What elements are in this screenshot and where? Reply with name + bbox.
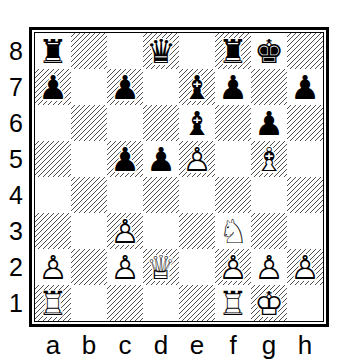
square-c5[interactable]: ♟♟	[107, 141, 143, 177]
piece-white-pawn[interactable]: ♟♙	[35, 249, 71, 285]
square-b1[interactable]	[71, 285, 107, 321]
piece-glyph-layer: ♛	[143, 34, 179, 70]
piece-glyph-layer: ♚	[251, 34, 287, 70]
piece-glyph-layer: ♙	[251, 250, 287, 286]
piece-glyph-layer: ♝	[179, 106, 215, 142]
square-c3[interactable]: ♟♙	[107, 213, 143, 249]
piece-glyph-layer: ♙	[215, 250, 251, 286]
square-d6[interactable]	[143, 105, 179, 141]
square-h5[interactable]	[287, 141, 323, 177]
piece-glyph-layer: ♙	[287, 250, 323, 286]
square-h2[interactable]: ♟♙	[287, 249, 323, 285]
square-g5[interactable]: ♝♗	[251, 141, 287, 177]
square-a7[interactable]: ♟♟	[35, 69, 71, 105]
piece-black-king[interactable]: ♚♚	[251, 33, 287, 69]
square-g2[interactable]: ♟♙	[251, 249, 287, 285]
piece-glyph-layer: ♙	[35, 250, 71, 286]
piece-white-queen[interactable]: ♛♕	[143, 249, 179, 285]
square-e5[interactable]: ♟♙	[179, 141, 215, 177]
square-a4[interactable]	[35, 177, 71, 213]
piece-glyph-layer: ♟	[107, 70, 143, 106]
rank-label-3: 3	[5, 213, 27, 249]
piece-black-pawn[interactable]: ♟♟	[107, 141, 143, 177]
piece-black-rook[interactable]: ♜♜	[215, 33, 251, 69]
piece-white-king[interactable]: ♚♔	[251, 285, 287, 321]
file-label-f: f	[215, 330, 251, 360]
square-e2[interactable]	[179, 249, 215, 285]
square-e4[interactable]	[179, 177, 215, 213]
piece-white-rook[interactable]: ♜♖	[215, 285, 251, 321]
rank-label-5: 5	[5, 141, 27, 177]
file-label-c: c	[107, 330, 143, 360]
piece-black-pawn[interactable]: ♟♟	[35, 69, 71, 105]
square-g6[interactable]: ♟♟	[251, 105, 287, 141]
piece-glyph-layer: ♙	[107, 214, 143, 250]
square-h4[interactable]	[287, 177, 323, 213]
square-c2[interactable]: ♟♙	[107, 249, 143, 285]
square-f6[interactable]	[215, 105, 251, 141]
square-c1[interactable]	[107, 285, 143, 321]
rank-label-7: 7	[5, 69, 27, 105]
piece-white-pawn[interactable]: ♟♙	[179, 141, 215, 177]
piece-glyph-layer: ♟	[287, 70, 323, 106]
square-h6[interactable]	[287, 105, 323, 141]
rank-label-6: 6	[5, 105, 27, 141]
square-d4[interactable]	[143, 177, 179, 213]
square-e8[interactable]	[179, 33, 215, 69]
square-g4[interactable]	[251, 177, 287, 213]
square-e3[interactable]	[179, 213, 215, 249]
file-label-a: a	[35, 330, 71, 360]
piece-glyph-layer: ♟	[251, 106, 287, 142]
piece-black-pawn[interactable]: ♟♟	[287, 69, 323, 105]
square-b2[interactable]	[71, 249, 107, 285]
square-h8[interactable]	[287, 33, 323, 69]
square-c4[interactable]	[107, 177, 143, 213]
square-e6[interactable]: ♝♝	[179, 105, 215, 141]
piece-white-rook[interactable]: ♜♖	[35, 285, 71, 321]
piece-white-bishop[interactable]: ♝♗	[251, 141, 287, 177]
rank-label-4: 4	[5, 177, 27, 213]
rank-label-8: 8	[5, 33, 27, 69]
square-h7[interactable]: ♟♟	[287, 69, 323, 105]
piece-glyph-layer: ♗	[251, 142, 287, 178]
file-label-e: e	[179, 330, 215, 360]
piece-glyph-layer: ♙	[179, 142, 215, 178]
piece-glyph-layer: ♟	[143, 142, 179, 178]
square-d8[interactable]: ♛♛	[143, 33, 179, 69]
square-b3[interactable]	[71, 213, 107, 249]
square-a8[interactable]: ♜♜	[35, 33, 71, 69]
piece-black-pawn[interactable]: ♟♟	[215, 69, 251, 105]
piece-white-pawn[interactable]: ♟♙	[215, 249, 251, 285]
square-g8[interactable]: ♚♚	[251, 33, 287, 69]
square-b7[interactable]	[71, 69, 107, 105]
square-d3[interactable]	[143, 213, 179, 249]
square-a1[interactable]: ♜♖	[35, 285, 71, 321]
piece-glyph-layer: ♟	[215, 70, 251, 106]
square-f1[interactable]: ♜♖	[215, 285, 251, 321]
piece-white-pawn[interactable]: ♟♙	[107, 249, 143, 285]
piece-white-pawn[interactable]: ♟♙	[107, 213, 143, 249]
file-labels: abcdefgh	[35, 330, 323, 360]
square-g7[interactable]	[251, 69, 287, 105]
square-d1[interactable]	[143, 285, 179, 321]
piece-glyph-layer: ♔	[251, 286, 287, 322]
square-d2[interactable]: ♛♕	[143, 249, 179, 285]
square-b5[interactable]	[71, 141, 107, 177]
board-frame: ♜♜♛♛♜♜♚♚♟♟♟♟♝♝♟♟♟♟♝♝♟♟♟♟♟♟♟♙♝♗♟♙♞♘♟♙♟♙♛♕…	[29, 27, 329, 327]
square-c8[interactable]	[107, 33, 143, 69]
square-f2[interactable]: ♟♙	[215, 249, 251, 285]
square-d5[interactable]: ♟♟	[143, 141, 179, 177]
square-h1[interactable]	[287, 285, 323, 321]
square-d7[interactable]	[143, 69, 179, 105]
square-f3[interactable]: ♞♘	[215, 213, 251, 249]
square-e7[interactable]: ♝♝	[179, 69, 215, 105]
square-a5[interactable]	[35, 141, 71, 177]
rank-label-1: 1	[5, 285, 27, 321]
piece-black-pawn[interactable]: ♟♟	[107, 69, 143, 105]
piece-glyph-layer: ♟	[107, 142, 143, 178]
square-f8[interactable]: ♜♜	[215, 33, 251, 69]
chess-diagram: 87654321 ♜♜♛♛♜♜♚♚♟♟♟♟♝♝♟♟♟♟♝♝♟♟♟♟♟♟♟♙♝♗♟…	[0, 0, 360, 360]
piece-white-pawn[interactable]: ♟♙	[287, 249, 323, 285]
piece-glyph-layer: ♙	[107, 250, 143, 286]
square-h3[interactable]	[287, 213, 323, 249]
rank-labels: 87654321	[5, 33, 27, 321]
piece-black-pawn[interactable]: ♟♟	[251, 105, 287, 141]
square-f5[interactable]	[215, 141, 251, 177]
piece-white-pawn[interactable]: ♟♙	[251, 249, 287, 285]
square-a3[interactable]	[35, 213, 71, 249]
file-label-h: h	[287, 330, 323, 360]
square-b8[interactable]	[71, 33, 107, 69]
square-b4[interactable]	[71, 177, 107, 213]
square-a2[interactable]: ♟♙	[35, 249, 71, 285]
file-label-b: b	[71, 330, 107, 360]
square-a6[interactable]	[35, 105, 71, 141]
piece-glyph-layer: ♖	[35, 286, 71, 322]
square-f4[interactable]	[215, 177, 251, 213]
chess-board: ♜♜♛♛♜♜♚♚♟♟♟♟♝♝♟♟♟♟♝♝♟♟♟♟♟♟♟♙♝♗♟♙♞♘♟♙♟♙♛♕…	[35, 33, 323, 321]
file-label-d: d	[143, 330, 179, 360]
piece-glyph-layer: ♕	[143, 250, 179, 286]
square-b6[interactable]	[71, 105, 107, 141]
square-g3[interactable]	[251, 213, 287, 249]
square-e1[interactable]	[179, 285, 215, 321]
piece-white-knight[interactable]: ♞♘	[215, 213, 251, 249]
rank-label-2: 2	[5, 249, 27, 285]
piece-black-pawn[interactable]: ♟♟	[143, 141, 179, 177]
square-c7[interactable]: ♟♟	[107, 69, 143, 105]
file-label-g: g	[251, 330, 287, 360]
piece-glyph-layer: ♝	[179, 70, 215, 106]
piece-glyph-layer: ♘	[215, 214, 251, 250]
piece-glyph-layer: ♜	[35, 34, 71, 70]
piece-black-bishop[interactable]: ♝♝	[179, 69, 215, 105]
square-f7[interactable]: ♟♟	[215, 69, 251, 105]
piece-glyph-layer: ♜	[215, 34, 251, 70]
piece-black-queen[interactable]: ♛♛	[143, 33, 179, 69]
piece-glyph-layer: ♖	[215, 286, 251, 322]
piece-black-rook[interactable]: ♜♜	[35, 33, 71, 69]
board-inner-border: ♜♜♛♛♜♜♚♚♟♟♟♟♝♝♟♟♟♟♝♝♟♟♟♟♟♟♟♙♝♗♟♙♞♘♟♙♟♙♛♕…	[34, 32, 324, 322]
piece-glyph-layer: ♟	[35, 70, 71, 106]
piece-black-bishop[interactable]: ♝♝	[179, 105, 215, 141]
square-g1[interactable]: ♚♔	[251, 285, 287, 321]
square-c6[interactable]	[107, 105, 143, 141]
